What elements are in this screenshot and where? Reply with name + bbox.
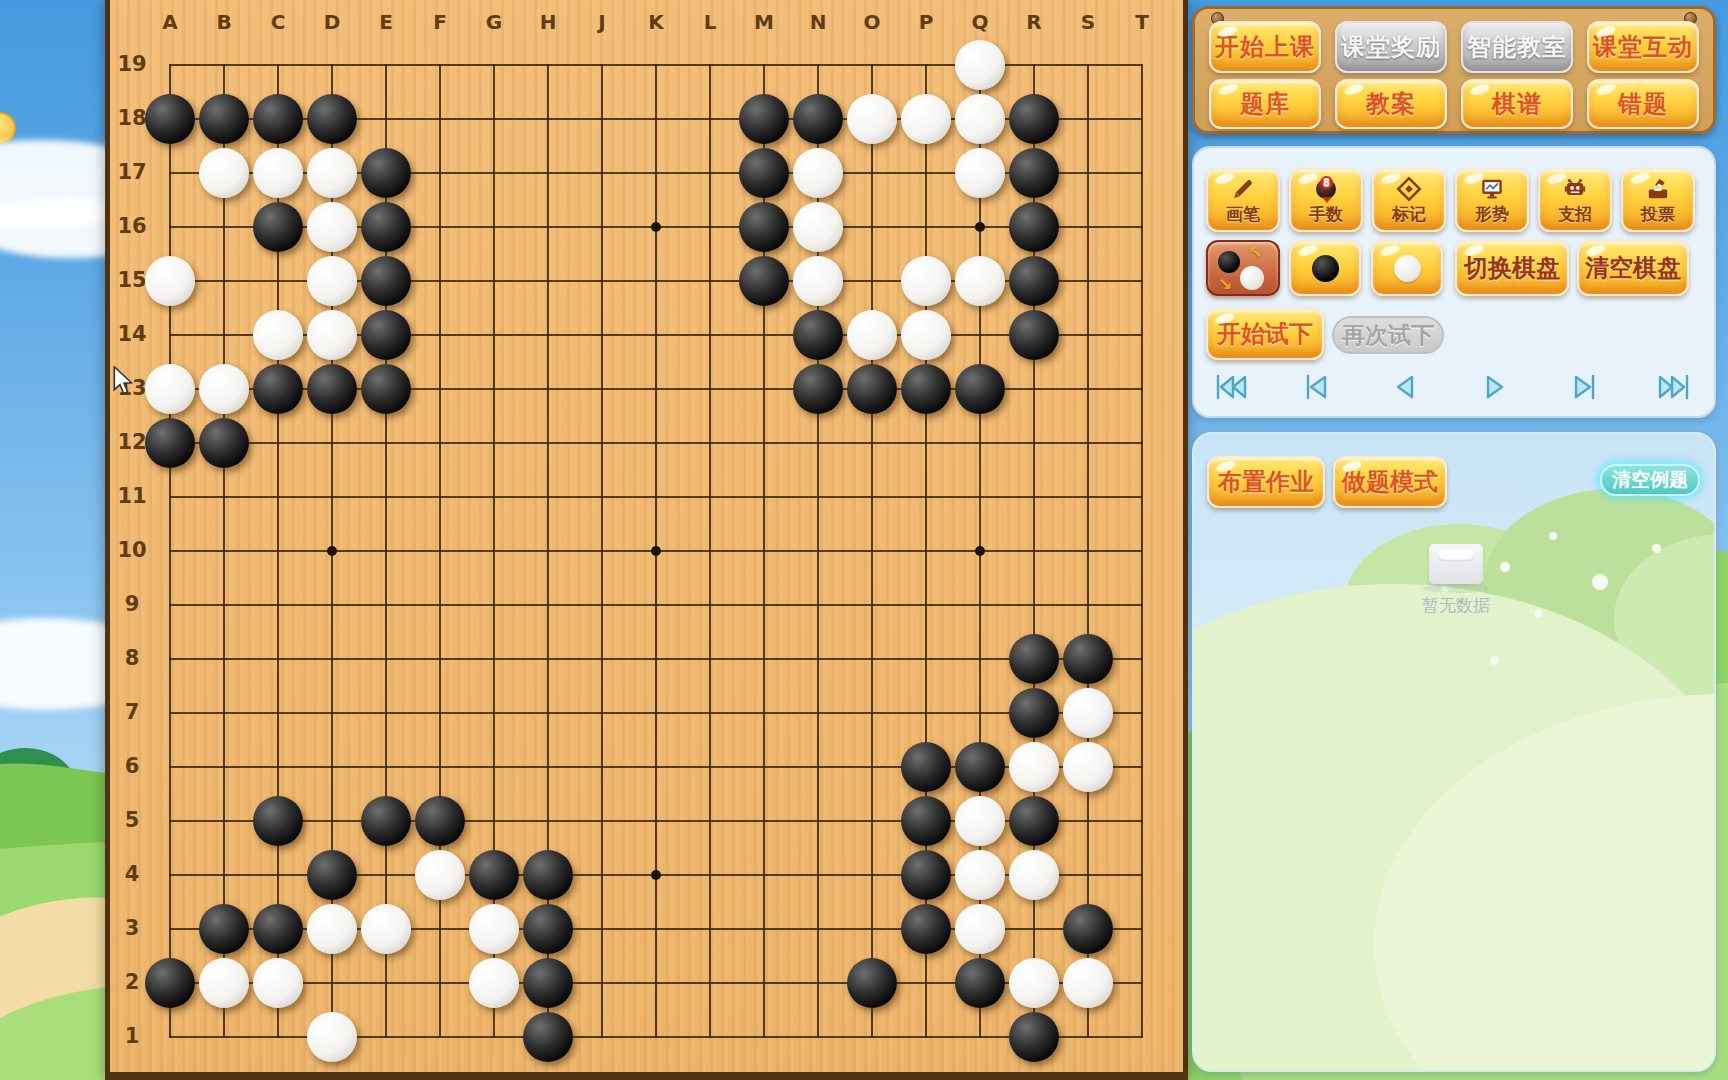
empty-state-text: 暂无数据: [1376, 594, 1536, 617]
stone-white[interactable]: [1063, 688, 1113, 738]
menu-button-wrong-questions[interactable]: 错题: [1587, 79, 1699, 129]
playback-step-to-start-button[interactable]: [1298, 372, 1334, 402]
stone-black[interactable]: [361, 202, 411, 252]
swap-arrow-icon: ↘: [1218, 274, 1232, 294]
stone-white[interactable]: [955, 40, 1005, 90]
stone-black[interactable]: [901, 742, 951, 792]
stone-white[interactable]: [469, 958, 519, 1008]
stone-white[interactable]: [955, 796, 1005, 846]
step-to-end-icon: [1567, 372, 1603, 402]
menu-button-class-rewards[interactable]: 课堂奖励: [1335, 21, 1447, 73]
stone-white[interactable]: [253, 958, 303, 1008]
board-column-label: H: [533, 10, 563, 34]
grid-line: [169, 712, 1143, 714]
start-trial-button[interactable]: 开始试下: [1206, 308, 1324, 360]
white-stone-button[interactable]: [1371, 240, 1443, 296]
stone-black[interactable]: [739, 256, 789, 306]
tool-button-territory[interactable]: 形势: [1455, 168, 1529, 232]
tool-button-move-count[interactable]: 8手数: [1289, 168, 1363, 232]
stone-white[interactable]: [199, 148, 249, 198]
playback-step-forward-button[interactable]: [1477, 372, 1513, 402]
stone-black[interactable]: [847, 364, 897, 414]
board-row-label: 7: [109, 700, 155, 724]
board-edge: [105, 1072, 1188, 1080]
stone-white[interactable]: [955, 904, 1005, 954]
star-point: [975, 546, 985, 556]
stone-black[interactable]: [361, 256, 411, 306]
menu-button-question-bank[interactable]: 题库: [1209, 79, 1321, 129]
stone-black[interactable]: [1009, 310, 1059, 360]
menu-button-smart-classroom[interactable]: 智能教室: [1461, 21, 1573, 73]
board-row-label: 9: [109, 592, 155, 616]
board-column-label: K: [641, 10, 671, 34]
side-panel-column: 开始上课课堂奖励智能教室课堂互动题库教案棋谱错题 ↖ ↘ 切换棋盘 清空棋盘 开…: [1192, 0, 1716, 1080]
stone-black[interactable]: [955, 958, 1005, 1008]
stone-black[interactable]: [901, 850, 951, 900]
stone-black[interactable]: [145, 958, 195, 1008]
stone-black[interactable]: [523, 958, 573, 1008]
tool-button-vote[interactable]: 投票: [1621, 168, 1695, 232]
stone-black[interactable]: [1009, 94, 1059, 144]
board-row-label: 3: [109, 916, 155, 940]
black-stone-icon: [1218, 251, 1240, 273]
tool-button-mark[interactable]: 标记: [1372, 168, 1446, 232]
stone-black[interactable]: [1063, 634, 1113, 684]
step-back-icon: [1387, 372, 1423, 402]
board-column-label: J: [587, 10, 617, 34]
go-board[interactable]: A19B18C17D16E15F14G13H12J11K10L9M8N7O6P5…: [105, 0, 1188, 1080]
move-count-icon: 8: [1313, 175, 1339, 203]
stone-black[interactable]: [1009, 256, 1059, 306]
playback-skip-to-start-button[interactable]: [1212, 372, 1248, 402]
board-column-label: P: [911, 10, 941, 34]
bush-dot: [1592, 574, 1608, 590]
tool-button-label: 画笔: [1226, 203, 1260, 226]
stone-black[interactable]: [1009, 148, 1059, 198]
playback-skip-to-end-button[interactable]: [1657, 372, 1693, 402]
stone-white[interactable]: [793, 148, 843, 198]
stone-white[interactable]: [955, 850, 1005, 900]
bush-dot: [1500, 562, 1510, 572]
board-column-label: A: [155, 10, 185, 34]
stone-black[interactable]: [361, 796, 411, 846]
stone-black[interactable]: [253, 94, 303, 144]
grid-line: [169, 604, 1143, 606]
robot-icon: [1562, 175, 1588, 203]
stone-black[interactable]: [469, 850, 519, 900]
stone-black[interactable]: [1009, 202, 1059, 252]
stone-white[interactable]: [253, 310, 303, 360]
tool-button-label: 投票: [1641, 203, 1675, 226]
tool-button-hint[interactable]: 支招: [1538, 168, 1612, 232]
stone-black[interactable]: [253, 364, 303, 414]
sun-icon: [0, 112, 16, 144]
skip-to-start-icon: [1212, 372, 1248, 402]
stone-black[interactable]: [901, 796, 951, 846]
stone-white[interactable]: [955, 256, 1005, 306]
stone-black[interactable]: [901, 364, 951, 414]
stone-white[interactable]: [415, 850, 465, 900]
stone-black[interactable]: [307, 94, 357, 144]
stone-white[interactable]: [1009, 850, 1059, 900]
grid-line: [1141, 64, 1143, 1038]
grid-line: [169, 658, 1143, 660]
stone-black[interactable]: [361, 148, 411, 198]
grid-line: [709, 64, 711, 1038]
step-forward-icon: [1477, 372, 1513, 402]
stone-black[interactable]: [361, 364, 411, 414]
stone-white[interactable]: [1063, 742, 1113, 792]
board-column-label: S: [1073, 10, 1103, 34]
tool-button-label: 手数: [1309, 203, 1343, 226]
board-column-label: C: [263, 10, 293, 34]
board-row-label: 17: [109, 160, 155, 184]
bush-dot: [1490, 656, 1499, 665]
board-column-label: B: [209, 10, 239, 34]
board-column-label: N: [803, 10, 833, 34]
black-stone-icon: [1312, 255, 1339, 282]
stone-black[interactable]: [1009, 1012, 1059, 1062]
playback-step-back-button[interactable]: [1387, 372, 1423, 402]
board-column-label: F: [425, 10, 455, 34]
board-row-label: 16: [109, 214, 155, 238]
mouse-cursor: [110, 366, 136, 400]
stone-white[interactable]: [793, 202, 843, 252]
tool-button-label: 支招: [1558, 203, 1592, 226]
board-column-label: R: [1019, 10, 1049, 34]
grid-line: [871, 64, 873, 1038]
board-column-label: O: [857, 10, 887, 34]
board-row-label: 10: [109, 538, 155, 562]
stone-black[interactable]: [523, 1012, 573, 1062]
bush-dot: [1652, 544, 1661, 553]
stone-white[interactable]: [361, 904, 411, 954]
board-column-label: D: [317, 10, 347, 34]
stone-black[interactable]: [793, 364, 843, 414]
bush-dot: [1549, 532, 1557, 540]
alternate-stones-button[interactable]: ↖ ↘: [1206, 240, 1280, 296]
stone-black[interactable]: [847, 958, 897, 1008]
empty-folder-icon: [1429, 544, 1483, 584]
step-to-start-icon: [1298, 372, 1334, 402]
star-point: [651, 870, 661, 880]
star-point: [651, 546, 661, 556]
stone-white[interactable]: [307, 202, 357, 252]
stone-black[interactable]: [793, 94, 843, 144]
stone-black[interactable]: [739, 148, 789, 198]
stone-black[interactable]: [253, 904, 303, 954]
stone-black[interactable]: [955, 742, 1005, 792]
stone-black[interactable]: [901, 904, 951, 954]
board-row-label: 1: [109, 1024, 155, 1048]
board-column-label: T: [1127, 10, 1157, 34]
board-row-label: 6: [109, 754, 155, 778]
stone-black[interactable]: [199, 94, 249, 144]
stone-black[interactable]: [361, 310, 411, 360]
stone-black[interactable]: [793, 310, 843, 360]
trial-again-button[interactable]: 再次试下: [1332, 316, 1444, 354]
board-row-label: 11: [109, 484, 155, 508]
board-edge: [1183, 0, 1188, 1080]
stone-black[interactable]: [523, 850, 573, 900]
stone-white[interactable]: [253, 148, 303, 198]
app-root: A19B18C17D16E15F14G13H12J11K10L9M8N7O6P5…: [0, 0, 1728, 1080]
tool-button-brush[interactable]: 画笔: [1206, 168, 1280, 232]
stone-white[interactable]: [307, 256, 357, 306]
stone-white[interactable]: [1063, 958, 1113, 1008]
menu-panel: 开始上课课堂奖励智能教室课堂互动题库教案棋谱错题: [1192, 6, 1716, 134]
quiz-mode-button[interactable]: 做题模式: [1333, 456, 1447, 508]
mark-icon: [1396, 175, 1422, 203]
stone-white[interactable]: [469, 904, 519, 954]
clear-examples-button[interactable]: 清空例题: [1600, 464, 1700, 496]
stone-black[interactable]: [955, 364, 1005, 414]
board-column-label: E: [371, 10, 401, 34]
tools-panel: ↖ ↘ 切换棋盘 清空棋盘 开始试下 再次试下 画笔8手数标记形势支招投票: [1192, 146, 1716, 418]
board-column-label: L: [695, 10, 725, 34]
stone-white[interactable]: [955, 94, 1005, 144]
homework-panel: 布置作业 做题模式 清空例题 暂无数据: [1192, 432, 1716, 1072]
stone-black[interactable]: [1009, 796, 1059, 846]
board-row-label: 14: [109, 322, 155, 346]
stone-black[interactable]: [739, 202, 789, 252]
black-stone-button[interactable]: [1289, 240, 1361, 296]
switch-board-button[interactable]: 切换棋盘: [1455, 240, 1569, 296]
board-row-label: 8: [109, 646, 155, 670]
pencil-icon: [1230, 175, 1256, 203]
menu-button-start-class[interactable]: 开始上课: [1209, 21, 1321, 73]
skip-to-end-icon: [1657, 372, 1693, 402]
stone-black[interactable]: [307, 850, 357, 900]
territory-icon: [1479, 175, 1505, 203]
stone-white[interactable]: [307, 904, 357, 954]
stone-white[interactable]: [847, 94, 897, 144]
stone-white[interactable]: [1009, 742, 1059, 792]
stone-white[interactable]: [199, 958, 249, 1008]
stone-white[interactable]: [901, 310, 951, 360]
star-point: [975, 222, 985, 232]
tool-button-label: 标记: [1392, 203, 1426, 226]
stone-white[interactable]: [307, 1012, 357, 1062]
stone-white[interactable]: [307, 148, 357, 198]
empty-icon-shadow: [1423, 584, 1489, 593]
stone-white[interactable]: [955, 148, 1005, 198]
stone-black[interactable]: [145, 418, 195, 468]
stone-black[interactable]: [415, 796, 465, 846]
assign-homework-button[interactable]: 布置作业: [1207, 456, 1325, 508]
stone-black[interactable]: [523, 904, 573, 954]
stone-white[interactable]: [145, 256, 195, 306]
clear-board-button[interactable]: 清空棋盘: [1577, 240, 1689, 296]
board-column-label: Q: [965, 10, 995, 34]
stone-white[interactable]: [847, 310, 897, 360]
stone-white[interactable]: [901, 94, 951, 144]
vote-icon: [1645, 175, 1671, 203]
stone-black[interactable]: [145, 94, 195, 144]
stone-white[interactable]: [199, 364, 249, 414]
tool-button-label: 形势: [1475, 203, 1509, 226]
board-row-label: 5: [109, 808, 155, 832]
board-column-label: M: [749, 10, 779, 34]
playback-step-to-end-button[interactable]: [1567, 372, 1603, 402]
stone-black[interactable]: [307, 364, 357, 414]
white-stone-icon: [1394, 255, 1421, 282]
board-row-label: 4: [109, 862, 155, 886]
swap-arrow-icon: ↖: [1248, 242, 1262, 262]
star-point: [651, 222, 661, 232]
grid-line: [1087, 64, 1089, 1038]
stone-white[interactable]: [901, 256, 951, 306]
stone-black[interactable]: [253, 202, 303, 252]
stone-white[interactable]: [793, 256, 843, 306]
stone-black[interactable]: [1063, 904, 1113, 954]
star-point: [327, 546, 337, 556]
board-column-label: G: [479, 10, 509, 34]
stone-black[interactable]: [199, 418, 249, 468]
stone-black[interactable]: [1009, 688, 1059, 738]
white-stone-icon: [1240, 266, 1264, 290]
menu-button-lesson-plans[interactable]: 教案: [1335, 79, 1447, 129]
stone-white[interactable]: [1009, 958, 1059, 1008]
stone-black[interactable]: [1009, 634, 1059, 684]
stone-white[interactable]: [145, 364, 195, 414]
stone-black[interactable]: [199, 904, 249, 954]
menu-button-class-interaction[interactable]: 课堂互动: [1587, 21, 1699, 73]
stone-black[interactable]: [253, 796, 303, 846]
menu-button-game-records[interactable]: 棋谱: [1461, 79, 1573, 129]
stone-white[interactable]: [307, 310, 357, 360]
stone-black[interactable]: [739, 94, 789, 144]
board-row-label: 19: [109, 52, 155, 76]
